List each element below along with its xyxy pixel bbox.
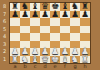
piece-black-pawn[interactable]: ♟ (60, 11, 70, 19)
file-labels: abcdefgh (10, 63, 90, 70)
piece-black-pawn[interactable]: ♟ (10, 11, 20, 19)
square-d5[interactable] (40, 26, 50, 34)
piece-black-pawn[interactable]: ♟ (20, 11, 30, 19)
file-label-h: h (80, 63, 90, 70)
square-h6[interactable] (80, 18, 90, 26)
square-a6[interactable] (10, 18, 20, 26)
square-f7[interactable]: ♟ (60, 11, 70, 19)
file-label-a: a (10, 63, 20, 70)
file-label-d: d (40, 63, 50, 70)
file-label-g: g (70, 63, 80, 70)
square-g5[interactable] (70, 26, 80, 34)
square-g7[interactable]: ♟ (70, 11, 80, 19)
square-b5[interactable] (20, 26, 30, 34)
square-e7[interactable]: ♟ (50, 11, 60, 19)
rank-label-6: 6 (0, 18, 9, 26)
file-label-c: c (30, 63, 40, 70)
rank-label-5: 5 (0, 26, 9, 34)
rank-label-1: 1 (0, 56, 9, 64)
chess-board[interactable]: ♜♞♝♛♚♝♞♜♟♟♟♟♟♟♟♟♟♟♟♟♟♟♟♟♜♞♝♛♚♝♞♜ (10, 3, 90, 63)
square-e4[interactable] (50, 33, 60, 41)
square-f4[interactable] (60, 33, 70, 41)
square-g4[interactable] (70, 33, 80, 41)
piece-black-pawn[interactable]: ♟ (80, 11, 90, 19)
rank-label-8: 8 (0, 3, 9, 11)
square-f5[interactable] (60, 26, 70, 34)
square-d4[interactable] (40, 33, 50, 41)
square-a7[interactable]: ♟ (10, 11, 20, 19)
square-c6[interactable] (30, 18, 40, 26)
square-e5[interactable] (50, 26, 60, 34)
square-a5[interactable] (10, 26, 20, 34)
file-label-f: f (60, 63, 70, 70)
square-h5[interactable] (80, 26, 90, 34)
piece-black-pawn[interactable]: ♟ (40, 11, 50, 19)
piece-black-pawn[interactable]: ♟ (50, 11, 60, 19)
rank-label-7: 7 (0, 11, 9, 19)
rank-labels: 87654321 (0, 3, 9, 63)
square-b7[interactable]: ♟ (20, 11, 30, 19)
square-e6[interactable] (50, 18, 60, 26)
square-d6[interactable] (40, 18, 50, 26)
square-g6[interactable] (70, 18, 80, 26)
square-b4[interactable] (20, 33, 30, 41)
file-label-b: b (20, 63, 30, 70)
board-frame: 87654321 ♜♞♝♛♚♝♞♜♟♟♟♟♟♟♟♟♟♟♟♟♟♟♟♟♜♞♝♛♚♝♞… (0, 0, 100, 70)
square-c4[interactable] (30, 33, 40, 41)
square-f6[interactable] (60, 18, 70, 26)
file-label-e: e (50, 63, 60, 70)
rank-label-4: 4 (0, 33, 9, 41)
square-c7[interactable]: ♟ (30, 11, 40, 19)
rank-label-2: 2 (0, 48, 9, 56)
square-a4[interactable] (10, 33, 20, 41)
square-h7[interactable]: ♟ (80, 11, 90, 19)
square-c5[interactable] (30, 26, 40, 34)
piece-black-pawn[interactable]: ♟ (30, 11, 40, 19)
rank-label-3: 3 (0, 41, 9, 49)
square-b6[interactable] (20, 18, 30, 26)
piece-black-pawn[interactable]: ♟ (70, 11, 80, 19)
square-d7[interactable]: ♟ (40, 11, 50, 19)
square-h4[interactable] (80, 33, 90, 41)
